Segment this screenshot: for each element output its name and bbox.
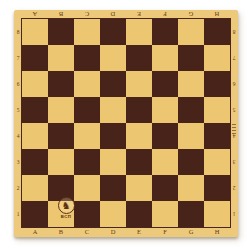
square-a3 (22, 149, 48, 175)
square-g8 (178, 19, 204, 45)
square-g4 (178, 123, 204, 149)
square-d6 (100, 71, 126, 97)
square-g2 (178, 175, 204, 201)
square-h7 (204, 45, 230, 71)
square-e3 (126, 149, 152, 175)
rank-label-right-2: 2 (230, 175, 238, 201)
square-b6 (48, 71, 74, 97)
board-grid (22, 19, 230, 227)
square-c4 (74, 123, 100, 149)
file-label-bottom-c: C (74, 227, 100, 237)
square-c5 (74, 97, 100, 123)
square-a6 (22, 71, 48, 97)
rank-label-left-5: 5 (14, 97, 22, 123)
square-a7 (22, 45, 48, 71)
rank-labels-right: 87654321 (230, 19, 238, 227)
file-label-top-e: E (126, 10, 152, 19)
rank-label-right-6: 6 (230, 71, 238, 97)
square-g7 (178, 45, 204, 71)
rank-label-right-8: 8 (230, 19, 238, 45)
file-label-bottom-d: D (100, 227, 126, 237)
square-f7 (152, 45, 178, 71)
square-d4 (100, 123, 126, 149)
square-b7 (48, 45, 74, 71)
square-d7 (100, 45, 126, 71)
square-d3 (100, 149, 126, 175)
right-edge-fine-print (232, 124, 236, 135)
square-a5 (22, 97, 48, 123)
manufacturer-logo: ♞ ВСП (56, 197, 76, 220)
rank-label-left-2: 2 (14, 175, 22, 201)
square-h6 (204, 71, 230, 97)
square-c1 (74, 201, 100, 227)
square-h3 (204, 149, 230, 175)
square-a8 (22, 19, 48, 45)
knight-emblem-icon: ♞ (58, 197, 75, 214)
square-f3 (152, 149, 178, 175)
file-label-top-g: G (178, 10, 204, 19)
square-f5 (152, 97, 178, 123)
square-d2 (100, 175, 126, 201)
square-d5 (100, 97, 126, 123)
square-b3 (48, 149, 74, 175)
rank-label-right-5: 5 (230, 97, 238, 123)
square-f4 (152, 123, 178, 149)
square-d1 (100, 201, 126, 227)
square-g5 (178, 97, 204, 123)
square-f2 (152, 175, 178, 201)
square-b4 (48, 123, 74, 149)
rank-label-right-3: 3 (230, 149, 238, 175)
square-f1 (152, 201, 178, 227)
file-label-top-c: C (74, 10, 100, 19)
file-label-bottom-b: B (48, 227, 74, 237)
rank-label-left-3: 3 (14, 149, 22, 175)
square-b8 (48, 19, 74, 45)
square-h4 (204, 123, 230, 149)
rank-label-left-7: 7 (14, 45, 22, 71)
square-g3 (178, 149, 204, 175)
square-g1 (178, 201, 204, 227)
square-h8 (204, 19, 230, 45)
square-c7 (74, 45, 100, 71)
square-e1 (126, 201, 152, 227)
square-a1 (22, 201, 48, 227)
square-e2 (126, 175, 152, 201)
file-labels-top: ABCDEFGH (22, 10, 230, 19)
file-label-top-b: B (48, 10, 74, 19)
file-labels-bottom: ABCDEFGH (22, 227, 230, 237)
rank-label-right-7: 7 (230, 45, 238, 71)
file-label-top-f: F (152, 10, 178, 19)
file-label-bottom-h: H (204, 227, 230, 237)
file-label-bottom-g: G (178, 227, 204, 237)
square-e8 (126, 19, 152, 45)
square-c3 (74, 149, 100, 175)
square-g6 (178, 71, 204, 97)
square-h2 (204, 175, 230, 201)
rank-label-left-6: 6 (14, 71, 22, 97)
square-c6 (74, 71, 100, 97)
manufacturer-logo-text: ВСП (59, 214, 73, 218)
square-e5 (126, 97, 152, 123)
rank-label-left-4: 4 (14, 123, 22, 149)
chessboard: ABCDEFGH ABCDEFGH 87654321 87654321 ♞ ВС… (14, 10, 238, 237)
square-f6 (152, 71, 178, 97)
square-e7 (126, 45, 152, 71)
file-label-bottom-e: E (126, 227, 152, 237)
square-e6 (126, 71, 152, 97)
rank-label-left-1: 1 (14, 201, 22, 227)
square-h1 (204, 201, 230, 227)
square-b5 (48, 97, 74, 123)
square-h5 (204, 97, 230, 123)
square-c2 (74, 175, 100, 201)
rank-label-right-1: 1 (230, 201, 238, 227)
file-label-top-d: D (100, 10, 126, 19)
square-a2 (22, 175, 48, 201)
file-label-bottom-a: A (22, 227, 48, 237)
square-f8 (152, 19, 178, 45)
file-label-top-h: H (204, 10, 230, 19)
file-label-bottom-f: F (152, 227, 178, 237)
square-a4 (22, 123, 48, 149)
square-d8 (100, 19, 126, 45)
rank-labels-left: 87654321 (14, 19, 22, 227)
file-label-top-a: A (22, 10, 48, 19)
square-c8 (74, 19, 100, 45)
square-e4 (126, 123, 152, 149)
rank-label-left-8: 8 (14, 19, 22, 45)
